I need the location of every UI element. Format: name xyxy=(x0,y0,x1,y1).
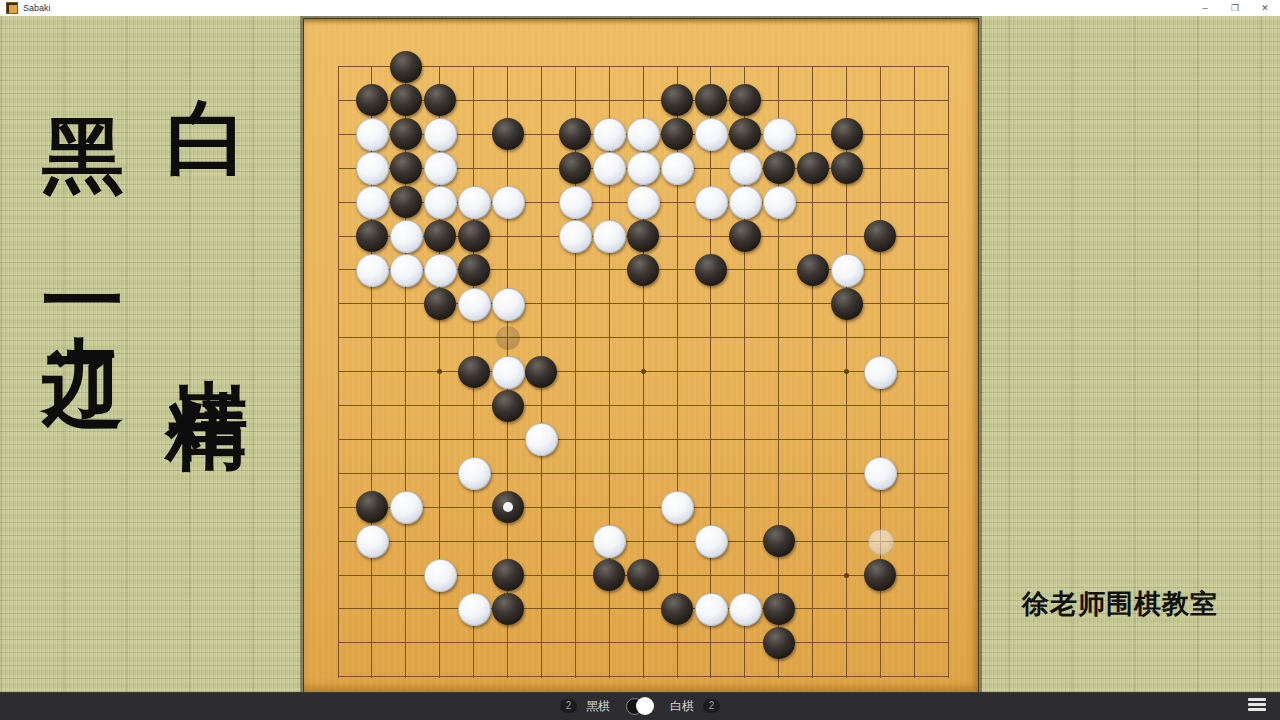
white-stone[interactable] xyxy=(559,186,592,219)
white-stone[interactable] xyxy=(763,118,796,151)
grid-line xyxy=(338,405,949,406)
white-stone[interactable] xyxy=(593,152,626,185)
white-player-name: 崔精 xyxy=(166,312,248,336)
white-stone[interactable] xyxy=(356,186,389,219)
black-stone[interactable] xyxy=(763,593,795,625)
black-stone[interactable] xyxy=(390,152,422,184)
turn-toggle[interactable] xyxy=(623,697,657,715)
black-stone[interactable] xyxy=(356,491,388,523)
ghost-stone xyxy=(868,529,894,555)
grid-line xyxy=(338,642,949,643)
grid-line xyxy=(948,67,949,678)
grid-line xyxy=(338,473,949,474)
white-stone[interactable] xyxy=(525,423,558,456)
white-stone[interactable] xyxy=(864,356,897,389)
star-point xyxy=(641,369,646,374)
star-point xyxy=(844,573,849,578)
grid-line xyxy=(338,337,949,338)
goban[interactable] xyxy=(303,18,979,694)
black-stone[interactable] xyxy=(831,152,863,184)
main-content: 黑 白 一力辽 崔精 徐老师围棋教室 xyxy=(0,16,1280,692)
black-stone[interactable] xyxy=(864,220,896,252)
black-stone[interactable] xyxy=(424,84,456,116)
black-player-name: 一力辽 xyxy=(42,258,124,294)
white-stone[interactable] xyxy=(729,593,762,626)
white-captures-badge: 2 xyxy=(703,699,720,713)
black-stone[interactable] xyxy=(424,288,456,320)
app-icon xyxy=(6,2,18,14)
white-stone[interactable] xyxy=(763,186,796,219)
black-stone[interactable] xyxy=(492,118,524,150)
grid-line xyxy=(338,608,949,609)
black-stone[interactable] xyxy=(492,491,524,523)
white-stone[interactable] xyxy=(356,118,389,151)
black-stone[interactable] xyxy=(356,220,388,252)
black-stone[interactable] xyxy=(661,84,693,116)
white-stone[interactable] xyxy=(695,525,728,558)
black-stone[interactable] xyxy=(390,186,422,218)
black-stone[interactable] xyxy=(593,559,625,591)
minimize-button[interactable]: – xyxy=(1190,0,1220,16)
black-stone[interactable] xyxy=(390,51,422,83)
title-bar: Sabaki – ❐ ✕ xyxy=(0,0,1280,16)
ghost-stone xyxy=(496,326,520,350)
black-stone[interactable] xyxy=(627,559,659,591)
white-stone[interactable] xyxy=(695,118,728,151)
white-stone[interactable] xyxy=(356,254,389,287)
white-stone[interactable] xyxy=(424,254,457,287)
white-stone[interactable] xyxy=(492,186,525,219)
white-stone[interactable] xyxy=(729,152,762,185)
white-stone[interactable] xyxy=(458,593,491,626)
black-stone[interactable] xyxy=(695,84,727,116)
white-stone[interactable] xyxy=(559,220,592,253)
sabaki-window: Sabaki – ❐ ✕ 黑 白 一力辽 崔精 徐老师围棋教室 2 黑棋 白棋 … xyxy=(0,0,1280,720)
white-stone[interactable] xyxy=(593,525,626,558)
white-stone[interactable] xyxy=(390,220,423,253)
black-player-button[interactable]: 黑棋 xyxy=(586,698,610,715)
black-stone[interactable] xyxy=(831,118,863,150)
white-stone-icon xyxy=(636,697,654,715)
white-stone[interactable] xyxy=(458,457,491,490)
white-stone[interactable] xyxy=(390,491,423,524)
black-stone[interactable] xyxy=(492,559,524,591)
black-stone[interactable] xyxy=(729,220,761,252)
black-captures-badge: 2 xyxy=(560,699,577,713)
white-stone[interactable] xyxy=(424,559,457,592)
black-stone[interactable] xyxy=(492,390,524,422)
black-stone[interactable] xyxy=(424,220,456,252)
grid-line xyxy=(338,676,949,677)
black-stone[interactable] xyxy=(729,118,761,150)
hamburger-menu-icon[interactable] xyxy=(1248,698,1266,714)
black-stone[interactable] xyxy=(627,254,659,286)
black-stone[interactable] xyxy=(492,593,524,625)
white-stone[interactable] xyxy=(864,457,897,490)
white-stone[interactable] xyxy=(424,186,457,219)
white-stone[interactable] xyxy=(458,288,491,321)
black-stone[interactable] xyxy=(831,288,863,320)
grid-line xyxy=(338,541,949,542)
white-stone[interactable] xyxy=(627,118,660,151)
black-stone[interactable] xyxy=(525,356,557,388)
grid-line xyxy=(338,66,949,67)
black-stone[interactable] xyxy=(763,627,795,659)
white-stone[interactable] xyxy=(390,254,423,287)
black-stone[interactable] xyxy=(458,254,490,286)
black-stone[interactable] xyxy=(458,356,490,388)
white-stone[interactable] xyxy=(695,593,728,626)
star-point xyxy=(844,369,849,374)
white-stone[interactable] xyxy=(424,118,457,151)
grid-line xyxy=(338,439,949,440)
white-player-label: 白 xyxy=(166,98,248,180)
black-stone[interactable] xyxy=(661,593,693,625)
black-stone[interactable] xyxy=(763,152,795,184)
black-stone[interactable] xyxy=(390,84,422,116)
white-stone[interactable] xyxy=(627,152,660,185)
star-point xyxy=(437,369,442,374)
black-stone[interactable] xyxy=(559,152,591,184)
last-move-marker xyxy=(503,502,513,512)
white-player-button[interactable]: 白棋 xyxy=(670,698,694,715)
player-bar: 2 黑棋 白棋 2 xyxy=(560,697,720,715)
grid-line xyxy=(914,67,915,678)
white-stone[interactable] xyxy=(424,152,457,185)
white-stone[interactable] xyxy=(492,288,525,321)
black-stone[interactable] xyxy=(559,118,591,150)
black-stone[interactable] xyxy=(661,118,693,150)
black-stone[interactable] xyxy=(797,254,829,286)
white-stone[interactable] xyxy=(695,186,728,219)
black-stone[interactable] xyxy=(797,152,829,184)
black-stone[interactable] xyxy=(729,84,761,116)
black-stone[interactable] xyxy=(695,254,727,286)
status-bar: 2 黑棋 白棋 2 xyxy=(0,692,1280,720)
black-stone[interactable] xyxy=(458,220,490,252)
white-stone[interactable] xyxy=(627,186,660,219)
grid-line xyxy=(338,67,339,678)
white-stone[interactable] xyxy=(356,152,389,185)
black-stone[interactable] xyxy=(390,118,422,150)
white-stone[interactable] xyxy=(593,118,626,151)
black-stone[interactable] xyxy=(356,84,388,116)
black-stone[interactable] xyxy=(864,559,896,591)
classroom-caption: 徐老师围棋教室 xyxy=(1022,586,1218,622)
black-stone[interactable] xyxy=(763,525,795,557)
white-stone[interactable] xyxy=(458,186,491,219)
black-stone[interactable] xyxy=(627,220,659,252)
white-stone[interactable] xyxy=(661,152,694,185)
grid-line xyxy=(710,67,711,678)
close-button[interactable]: ✕ xyxy=(1250,0,1280,16)
grid-line xyxy=(338,507,949,508)
window-title: Sabaki xyxy=(23,3,51,13)
black-player-label: 黑 xyxy=(42,115,124,197)
white-stone[interactable] xyxy=(356,525,389,558)
white-stone[interactable] xyxy=(661,491,694,524)
white-stone[interactable] xyxy=(831,254,864,287)
white-stone[interactable] xyxy=(729,186,762,219)
maximize-button[interactable]: ❐ xyxy=(1220,0,1250,16)
white-stone[interactable] xyxy=(492,356,525,389)
white-stone[interactable] xyxy=(593,220,626,253)
